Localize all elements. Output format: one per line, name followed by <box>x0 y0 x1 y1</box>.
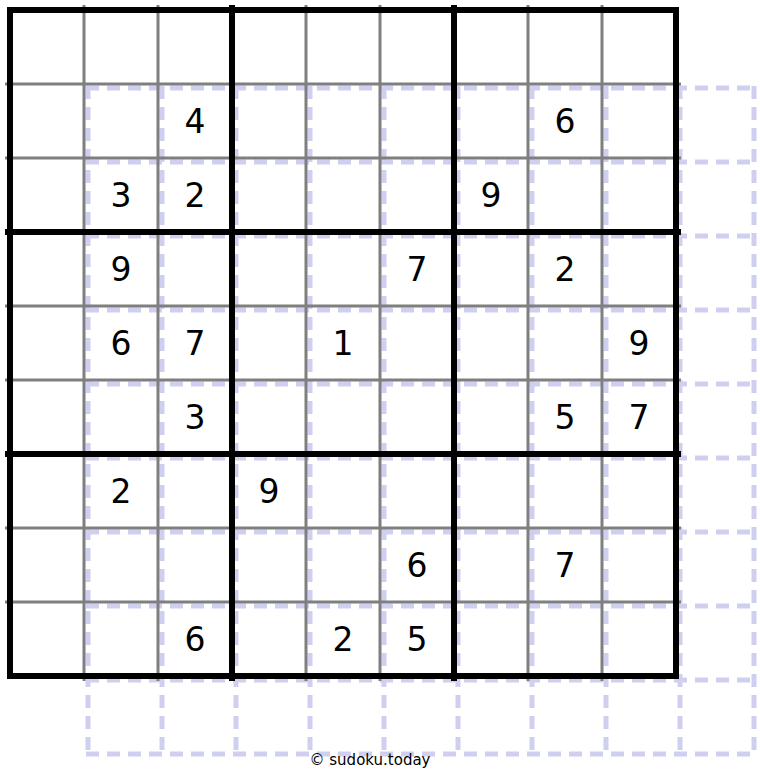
cell-r7c4[interactable]: 9 <box>232 454 306 528</box>
cell-r2c3[interactable]: 4 <box>158 84 232 158</box>
cell-r8c6[interactable]: 6 <box>380 528 454 602</box>
given-digit: 9 <box>629 327 650 360</box>
given-digit: 9 <box>111 253 132 286</box>
given-digit: 2 <box>185 179 206 212</box>
cell-r3c1[interactable] <box>10 158 84 232</box>
cell-r5c3[interactable]: 7 <box>158 306 232 380</box>
given-digit: 1 <box>333 327 354 360</box>
cell-r4c5[interactable] <box>306 232 380 306</box>
cell-r4c6[interactable]: 7 <box>380 232 454 306</box>
sudoku-grid: 4632997267193572967625 <box>10 10 676 676</box>
cell-r7c6[interactable] <box>380 454 454 528</box>
cell-r9c5[interactable]: 2 <box>306 602 380 676</box>
cell-r5c8[interactable] <box>528 306 602 380</box>
cell-r6c6[interactable] <box>380 380 454 454</box>
cell-r7c7[interactable] <box>454 454 528 528</box>
cell-r1c6[interactable] <box>380 10 454 84</box>
cell-r4c9[interactable] <box>602 232 676 306</box>
cell-r1c3[interactable] <box>158 10 232 84</box>
cell-r5c7[interactable] <box>454 306 528 380</box>
cell-r9c4[interactable] <box>232 602 306 676</box>
cell-r8c3[interactable] <box>158 528 232 602</box>
copyright-text: © sudoku.today <box>0 751 740 769</box>
cell-r4c4[interactable] <box>232 232 306 306</box>
cell-r3c5[interactable] <box>306 158 380 232</box>
cell-r2c1[interactable] <box>10 84 84 158</box>
cell-r8c7[interactable] <box>454 528 528 602</box>
cell-r9c2[interactable] <box>84 602 158 676</box>
cell-r4c8[interactable]: 2 <box>528 232 602 306</box>
cell-r2c7[interactable] <box>454 84 528 158</box>
given-digit: 6 <box>111 327 132 360</box>
cell-r3c3[interactable]: 2 <box>158 158 232 232</box>
cell-r6c1[interactable] <box>10 380 84 454</box>
cell-r4c3[interactable] <box>158 232 232 306</box>
cell-r9c7[interactable] <box>454 602 528 676</box>
cell-r6c5[interactable] <box>306 380 380 454</box>
cell-r5c9[interactable]: 9 <box>602 306 676 380</box>
cell-r6c9[interactable]: 7 <box>602 380 676 454</box>
cell-r9c3[interactable]: 6 <box>158 602 232 676</box>
cell-r7c5[interactable] <box>306 454 380 528</box>
given-digit: 6 <box>555 105 576 138</box>
cell-r3c8[interactable] <box>528 158 602 232</box>
cell-r1c7[interactable] <box>454 10 528 84</box>
cell-r6c2[interactable] <box>84 380 158 454</box>
cell-r3c2[interactable]: 3 <box>84 158 158 232</box>
given-digit: 7 <box>407 253 428 286</box>
cell-r2c9[interactable] <box>602 84 676 158</box>
cell-r8c2[interactable] <box>84 528 158 602</box>
cell-r7c3[interactable] <box>158 454 232 528</box>
cell-r5c4[interactable] <box>232 306 306 380</box>
given-digit: 7 <box>185 327 206 360</box>
cell-r6c3[interactable]: 3 <box>158 380 232 454</box>
cell-r1c9[interactable] <box>602 10 676 84</box>
cell-r2c4[interactable] <box>232 84 306 158</box>
given-digit: 6 <box>407 549 428 582</box>
cell-r2c8[interactable]: 6 <box>528 84 602 158</box>
cell-r7c9[interactable] <box>602 454 676 528</box>
cell-r8c1[interactable] <box>10 528 84 602</box>
cell-r2c5[interactable] <box>306 84 380 158</box>
cell-r5c2[interactable]: 6 <box>84 306 158 380</box>
cell-r2c6[interactable] <box>380 84 454 158</box>
cell-r8c4[interactable] <box>232 528 306 602</box>
cell-r8c9[interactable] <box>602 528 676 602</box>
cell-r1c2[interactable] <box>84 10 158 84</box>
cell-r1c5[interactable] <box>306 10 380 84</box>
cell-r5c1[interactable] <box>10 306 84 380</box>
cell-r9c8[interactable] <box>528 602 602 676</box>
given-digit: 9 <box>481 179 502 212</box>
given-digit: 2 <box>555 253 576 286</box>
cell-r3c9[interactable] <box>602 158 676 232</box>
cell-r3c6[interactable] <box>380 158 454 232</box>
cell-r1c4[interactable] <box>232 10 306 84</box>
given-digit: 5 <box>407 623 428 656</box>
sudoku-board: 4632997267193572967625 © sudoku.today <box>0 0 760 770</box>
given-digit: 2 <box>333 623 354 656</box>
cell-r9c1[interactable] <box>10 602 84 676</box>
cell-r5c5[interactable]: 1 <box>306 306 380 380</box>
cell-r6c7[interactable] <box>454 380 528 454</box>
given-digit: 5 <box>555 401 576 434</box>
given-digit: 4 <box>185 105 206 138</box>
cell-r1c8[interactable] <box>528 10 602 84</box>
given-digit: 3 <box>111 179 132 212</box>
given-digit: 6 <box>185 623 206 656</box>
cell-r5c6[interactable] <box>380 306 454 380</box>
given-digit: 9 <box>259 475 280 508</box>
cell-r9c9[interactable] <box>602 602 676 676</box>
given-digit: 7 <box>555 549 576 582</box>
cell-r8c8[interactable]: 7 <box>528 528 602 602</box>
given-digit: 7 <box>629 401 650 434</box>
cell-r7c2[interactable]: 2 <box>84 454 158 528</box>
cell-r3c7[interactable]: 9 <box>454 158 528 232</box>
cell-r2c2[interactable] <box>84 84 158 158</box>
cell-r7c8[interactable] <box>528 454 602 528</box>
cell-r9c6[interactable]: 5 <box>380 602 454 676</box>
cell-r6c8[interactable]: 5 <box>528 380 602 454</box>
cell-r1c1[interactable] <box>10 10 84 84</box>
cell-r4c2[interactable]: 9 <box>84 232 158 306</box>
cell-r4c7[interactable] <box>454 232 528 306</box>
given-digit: 3 <box>185 401 206 434</box>
cell-r7c1[interactable] <box>10 454 84 528</box>
given-digit: 2 <box>111 475 132 508</box>
cell-r3c4[interactable] <box>232 158 306 232</box>
cell-r8c5[interactable] <box>306 528 380 602</box>
cell-r6c4[interactable] <box>232 380 306 454</box>
cell-r4c1[interactable] <box>10 232 84 306</box>
